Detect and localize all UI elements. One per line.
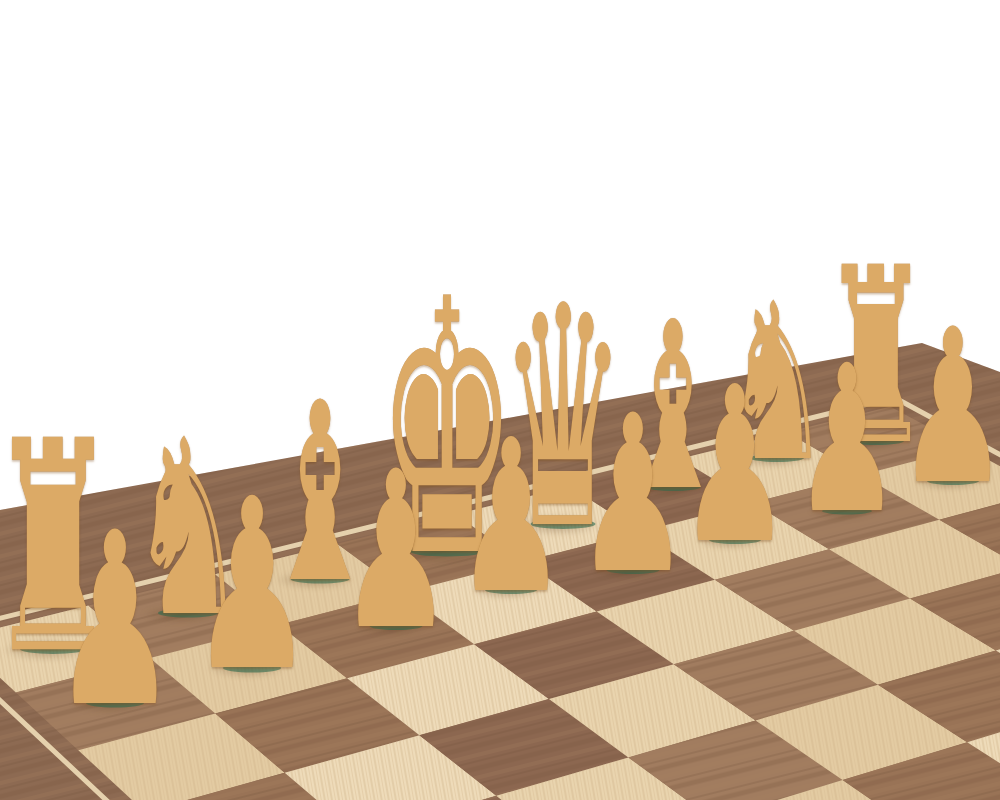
chess-set-product-photo: ♜♞♟♝♟♛♟♚♟♝♟♞♟♜♟♟ (0, 0, 1000, 800)
chess-board (0, 0, 1000, 800)
